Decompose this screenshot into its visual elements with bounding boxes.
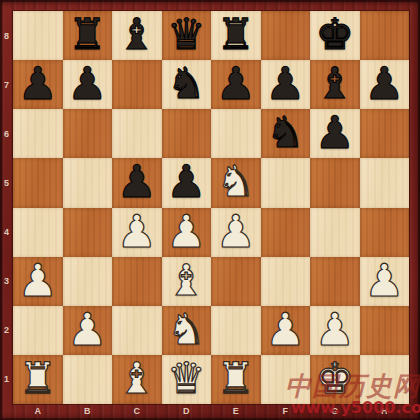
- square-d4: ♟: [162, 208, 212, 257]
- square-f4: [261, 208, 311, 257]
- square-e6: [211, 109, 261, 158]
- square-f7: ♟: [261, 60, 311, 109]
- square-f5: [261, 158, 311, 207]
- square-g5: [310, 158, 360, 207]
- square-e1: ♜: [211, 355, 261, 404]
- black-pawn-h7: ♟: [364, 61, 404, 106]
- square-f3: [261, 257, 311, 306]
- square-e8: ♜: [211, 11, 261, 60]
- white-pawn-b2: ♟: [67, 307, 107, 352]
- square-h2: [360, 306, 410, 355]
- white-knight-e5: ♞: [216, 160, 255, 203]
- white-pawn-e4: ♟: [216, 209, 256, 254]
- square-h4: [360, 208, 410, 257]
- square-f6: ♞: [261, 109, 311, 158]
- black-pawn-d5: ♟: [166, 159, 206, 204]
- white-pawn-d4: ♟: [166, 209, 206, 254]
- black-queen-d8: ♛: [167, 13, 206, 56]
- black-rook-b8: ♜: [68, 13, 107, 56]
- square-h7: ♟: [360, 60, 410, 109]
- rank-label-2: 2: [0, 306, 13, 355]
- square-d8: ♛: [162, 11, 212, 60]
- square-c2: [112, 306, 162, 355]
- square-d2: ♞: [162, 306, 212, 355]
- square-g7: ♝: [310, 60, 360, 109]
- square-f1: [261, 355, 311, 404]
- black-pawn-g6: ♟: [315, 110, 355, 155]
- square-c8: ♝: [112, 11, 162, 60]
- square-b1: [63, 355, 113, 404]
- square-f2: ♟: [261, 306, 311, 355]
- white-bishop-d3: ♝: [167, 259, 206, 302]
- square-e5: ♞: [211, 158, 261, 207]
- square-b7: ♟: [63, 60, 113, 109]
- rank-label-5: 5: [0, 158, 13, 207]
- black-bishop-g7: ♝: [315, 62, 354, 105]
- square-a1: ♜: [13, 355, 63, 404]
- chess-board: ♜♝♛♜♚♟♟♞♟♟♝♟♞♟♟♟♞♟♟♟♟♝♟♟♞♟♟♜♝♛♜♚: [13, 11, 409, 404]
- square-h1: [360, 355, 410, 404]
- rank-label-6: 6: [0, 109, 13, 158]
- square-d6: [162, 109, 212, 158]
- square-a3: ♟: [13, 257, 63, 306]
- square-d7: ♞: [162, 60, 212, 109]
- black-pawn-b7: ♟: [67, 61, 107, 106]
- square-e4: ♟: [211, 208, 261, 257]
- chess-diagram: ♜♝♛♜♚♟♟♞♟♟♝♟♞♟♟♟♞♟♟♟♟♝♟♟♞♟♟♜♝♛♜♚ 8765432…: [0, 0, 420, 420]
- rank-label-1: 1: [0, 355, 13, 404]
- square-d1: ♛: [162, 355, 212, 404]
- square-b2: ♟: [63, 306, 113, 355]
- file-label-b: B: [63, 404, 113, 418]
- file-label-e: E: [211, 404, 261, 418]
- white-pawn-g2: ♟: [315, 307, 355, 352]
- square-f8: [261, 11, 311, 60]
- black-rook-e8: ♜: [216, 13, 255, 56]
- white-rook-a1: ♜: [18, 357, 57, 400]
- square-d5: ♟: [162, 158, 212, 207]
- white-queen-d1: ♛: [167, 357, 206, 400]
- file-label-f: F: [261, 404, 311, 418]
- square-a8: [13, 11, 63, 60]
- square-b8: ♜: [63, 11, 113, 60]
- file-label-h: H: [360, 404, 410, 418]
- square-a7: ♟: [13, 60, 63, 109]
- black-pawn-e7: ♟: [216, 61, 256, 106]
- rank-label-4: 4: [0, 208, 13, 257]
- square-a6: [13, 109, 63, 158]
- file-coordinates: ABCDEFGH: [13, 404, 409, 418]
- rank-label-3: 3: [0, 257, 13, 306]
- square-c6: [112, 109, 162, 158]
- file-label-g: G: [310, 404, 360, 418]
- square-d3: ♝: [162, 257, 212, 306]
- square-c7: [112, 60, 162, 109]
- square-c4: ♟: [112, 208, 162, 257]
- square-h5: [360, 158, 410, 207]
- white-pawn-h3: ♟: [364, 258, 404, 303]
- square-b4: [63, 208, 113, 257]
- square-b5: [63, 158, 113, 207]
- white-rook-e1: ♜: [216, 357, 255, 400]
- square-c3: [112, 257, 162, 306]
- square-a2: [13, 306, 63, 355]
- white-knight-d2: ♞: [167, 308, 206, 351]
- file-label-a: A: [13, 404, 63, 418]
- rank-label-7: 7: [0, 60, 13, 109]
- rank-label-8: 8: [0, 11, 13, 60]
- square-h3: ♟: [360, 257, 410, 306]
- white-pawn-f2: ♟: [265, 307, 305, 352]
- rank-coordinates: 87654321: [0, 11, 13, 404]
- black-bishop-c8: ♝: [117, 13, 156, 56]
- white-bishop-c1: ♝: [117, 357, 156, 400]
- square-h6: [360, 109, 410, 158]
- square-g8: ♚: [310, 11, 360, 60]
- square-g3: [310, 257, 360, 306]
- black-king-g8: ♚: [315, 13, 354, 56]
- square-e2: [211, 306, 261, 355]
- white-pawn-c4: ♟: [117, 209, 157, 254]
- black-knight-f6: ♞: [266, 111, 305, 154]
- black-pawn-c5: ♟: [117, 159, 157, 204]
- square-a5: [13, 158, 63, 207]
- square-h8: [360, 11, 410, 60]
- square-a4: [13, 208, 63, 257]
- file-label-d: D: [162, 404, 212, 418]
- white-king-g1: ♚: [315, 357, 354, 400]
- square-b6: [63, 109, 113, 158]
- square-b3: [63, 257, 113, 306]
- black-pawn-f7: ♟: [265, 61, 305, 106]
- square-g1: ♚: [310, 355, 360, 404]
- square-e3: [211, 257, 261, 306]
- square-g2: ♟: [310, 306, 360, 355]
- white-pawn-a3: ♟: [18, 258, 58, 303]
- square-g6: ♟: [310, 109, 360, 158]
- square-c5: ♟: [112, 158, 162, 207]
- square-e7: ♟: [211, 60, 261, 109]
- black-pawn-a7: ♟: [18, 61, 58, 106]
- file-label-c: C: [112, 404, 162, 418]
- black-knight-d7: ♞: [167, 62, 206, 105]
- square-g4: [310, 208, 360, 257]
- square-c1: ♝: [112, 355, 162, 404]
